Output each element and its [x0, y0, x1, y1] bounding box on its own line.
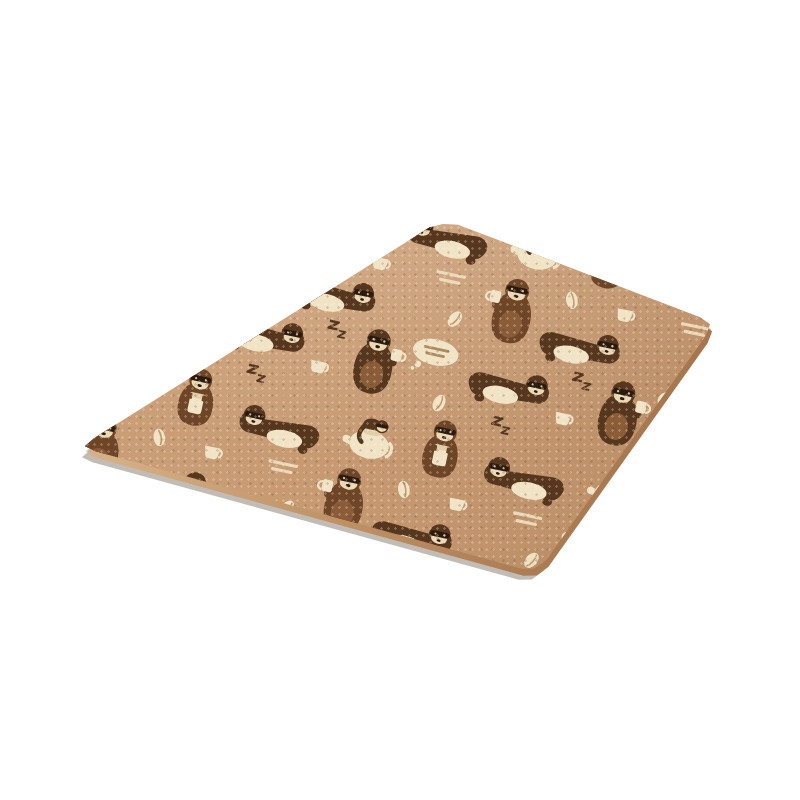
motif-cup	[35, 635, 55, 650]
motif-cup	[141, 549, 161, 564]
motif-bean	[766, 602, 786, 623]
motif-badge	[756, 563, 787, 579]
motif-zz	[78, 554, 99, 571]
surface-texture-overlay	[0, 0, 800, 800]
motif-cup	[692, 549, 712, 564]
motif-zz	[735, 469, 756, 486]
motif-bubble	[88, 63, 140, 86]
motif-cup	[477, 171, 497, 186]
motif-bubble	[241, 524, 293, 568]
motif-sloth-stand	[386, 704, 447, 738]
motif-teapot	[18, 120, 76, 170]
motif-cup	[386, 601, 406, 616]
motif-sloth-sit	[98, 124, 144, 187]
motif-sloth-sit	[342, 176, 388, 239]
motif-cup	[279, 687, 299, 702]
motif-teapot	[263, 172, 321, 222]
motif-sloth-lie	[786, 654, 800, 708]
motif-bubble	[0, 472, 48, 516]
motif-zz	[414, 176, 435, 193]
motif-sloth-sit	[6, 554, 52, 617]
motif-cup	[233, 119, 253, 134]
motif-sloth-sit	[495, 658, 541, 721]
motif-sloth-lie	[388, 120, 475, 174]
motif-zz	[159, 510, 180, 527]
motif-sloth-sit	[663, 469, 709, 532]
cutting-board	[0, 0, 800, 800]
motif-zz	[83, 269, 104, 286]
motif-badge	[99, 648, 130, 664]
motif-bubble	[730, 628, 782, 672]
motif-sloth-lie	[68, 592, 155, 646]
motif-teapot	[95, 361, 153, 411]
motif-sloth-lie	[0, 257, 63, 311]
motif-sloth-lie	[52, 499, 139, 553]
motif-sloth-stand	[28, 63, 89, 107]
motif-zz	[740, 183, 761, 200]
motif-sloth-stand	[426, 567, 487, 641]
motif-zz	[170, 124, 191, 141]
motif-sloth-lie	[725, 506, 800, 560]
motif-bean	[109, 99, 127, 120]
motif-teapot	[752, 276, 800, 326]
motif-cup	[630, 653, 650, 668]
motif-sloth-stand	[233, 221, 294, 295]
motif-bean	[320, 239, 334, 258]
motif-sloth-lie	[0, 648, 43, 702]
motif-bubble	[577, 146, 629, 190]
motif-teapot	[660, 706, 718, 737]
motif-bean	[674, 445, 692, 466]
motif-sloth-sit	[740, 710, 786, 737]
motif-sloth-lie	[0, 109, 2, 163]
motif-cup	[0, 67, 8, 82]
motif-zz	[323, 606, 344, 623]
motif-sloth-lie	[557, 696, 644, 738]
motif-bean	[751, 686, 769, 707]
motif-bean	[262, 582, 280, 603]
motif-bean	[641, 532, 655, 551]
motif-sloth-lie	[0, 351, 79, 405]
motif-cup	[64, 308, 84, 323]
motif-teapot	[171, 602, 229, 652]
motif-bean	[229, 669, 243, 688]
motif-bean	[185, 341, 203, 362]
motif-sloth-lie	[159, 161, 246, 215]
motif-sloth-stand	[273, 84, 334, 158]
motif-sloth-sit	[251, 606, 297, 669]
motif-zz	[2, 313, 23, 330]
motif-sloth-lie	[297, 551, 384, 605]
motif-sloth-lie	[144, 68, 231, 122]
motif-zz	[404, 562, 425, 579]
motif-bean	[598, 203, 616, 224]
motif-sloth-lie	[541, 602, 628, 656]
motif-cup	[722, 222, 742, 237]
motif-cup	[126, 204, 146, 219]
motif-sloth-lie	[780, 373, 800, 427]
motif-zz	[495, 132, 516, 149]
motif-bean	[32, 446, 52, 467]
motif-sloth-stand	[517, 136, 578, 210]
motif-bean	[200, 257, 220, 278]
motif-badge	[343, 700, 374, 716]
motif-sloth-lie	[612, 562, 699, 616]
product-photo-stage	[0, 0, 800, 800]
motif-zz	[648, 614, 669, 631]
motif-sloth-stand	[0, 169, 49, 243]
motif-bean	[506, 634, 524, 655]
motif-bean	[17, 530, 35, 551]
motif-badge	[190, 218, 221, 234]
motif-bubble	[332, 94, 384, 138]
motif-sloth-stand	[762, 188, 800, 262]
motif-zz	[251, 80, 272, 97]
motif-bubble	[164, 283, 216, 327]
motif-sloth-lie	[709, 413, 796, 467]
motif-bean	[473, 721, 487, 737]
motif-bean	[353, 151, 371, 172]
motif-bean	[76, 187, 90, 206]
motif-sloth-stand	[104, 274, 165, 348]
motif-teapot	[416, 654, 474, 704]
motif-sloth-lie	[47, 217, 134, 271]
motif-bean	[109, 687, 129, 708]
motif-sloth-stand	[141, 652, 202, 726]
motif-sloth-stand	[722, 325, 783, 399]
motif-sloth-lie	[200, 700, 287, 738]
motif-bubble	[485, 576, 537, 620]
motif-badge	[22, 407, 53, 423]
motif-sloth-lie	[312, 644, 399, 698]
motif-sloth-lie	[633, 172, 720, 226]
motif-zz	[659, 228, 680, 245]
motif-sloth-stand	[181, 515, 242, 589]
motif-zz	[567, 658, 588, 675]
motif-sloth-stand	[670, 619, 731, 693]
